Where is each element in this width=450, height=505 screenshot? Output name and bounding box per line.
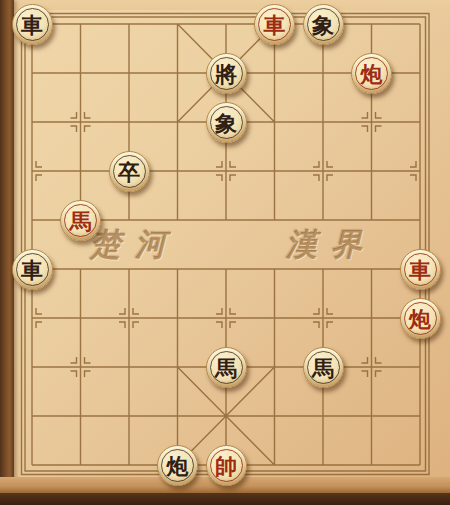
piece-glyph-black-chariot: 車 [21, 259, 43, 281]
piece-black-soldier[interactable]: 卒 [109, 151, 150, 192]
board-point: 象 [299, 0, 348, 49]
piece-black-elephant[interactable]: 象 [303, 4, 344, 45]
piece-glyph-red-chariot: 車 [409, 259, 431, 281]
piece-red-cannon[interactable]: 炮 [351, 53, 392, 94]
board-point: 帥 [202, 441, 251, 490]
piece-glyph-black-chariot: 車 [21, 14, 43, 36]
piece-glyph-black-general: 將 [215, 63, 237, 85]
piece-glyph-black-elephant: 象 [312, 14, 334, 36]
piece-black-elephant[interactable]: 象 [206, 102, 247, 143]
board-point: 炮 [396, 294, 445, 343]
piece-glyph-red-chariot: 車 [264, 14, 286, 36]
board-point: 車 [250, 0, 299, 49]
piece-glyph-red-cannon: 炮 [409, 308, 431, 330]
piece-red-cannon[interactable]: 炮 [400, 298, 441, 339]
piece-glyph-black-soldier: 卒 [118, 161, 140, 183]
board-point: 炮 [347, 49, 396, 98]
piece-black-cannon[interactable]: 炮 [157, 445, 198, 486]
board-point: 車 [8, 245, 57, 294]
piece-glyph-red-general: 帥 [215, 455, 237, 477]
board-point: 將 [202, 49, 251, 98]
xiangqi-board[interactable]: 車車象將炮象卒馬車車炮馬馬炮帥 [8, 0, 445, 490]
piece-glyph-black-horse: 馬 [215, 357, 237, 379]
piece-black-chariot[interactable]: 車 [12, 249, 53, 290]
piece-black-chariot[interactable]: 車 [12, 4, 53, 45]
piece-red-chariot[interactable]: 車 [400, 249, 441, 290]
piece-glyph-red-cannon: 炮 [361, 63, 383, 85]
piece-glyph-black-cannon: 炮 [167, 455, 189, 477]
piece-red-general[interactable]: 帥 [206, 445, 247, 486]
board-point: 炮 [153, 441, 202, 490]
xiangqi-game-screen: 楚河 漢界 車車象將炮象卒馬車車炮馬馬炮帥 [0, 0, 450, 505]
piece-black-horse[interactable]: 馬 [206, 347, 247, 388]
board-point: 車 [8, 0, 57, 49]
piece-glyph-red-horse: 馬 [70, 210, 92, 232]
board-point: 車 [396, 245, 445, 294]
piece-black-horse[interactable]: 馬 [303, 347, 344, 388]
piece-black-general[interactable]: 將 [206, 53, 247, 94]
piece-red-horse[interactable]: 馬 [60, 200, 101, 241]
piece-glyph-black-horse: 馬 [312, 357, 334, 379]
board-point: 馬 [56, 196, 105, 245]
piece-glyph-black-elephant: 象 [215, 112, 237, 134]
board-point: 馬 [299, 343, 348, 392]
board-point: 馬 [202, 343, 251, 392]
piece-red-chariot[interactable]: 車 [254, 4, 295, 45]
board-point: 卒 [105, 147, 154, 196]
board-point: 象 [202, 98, 251, 147]
